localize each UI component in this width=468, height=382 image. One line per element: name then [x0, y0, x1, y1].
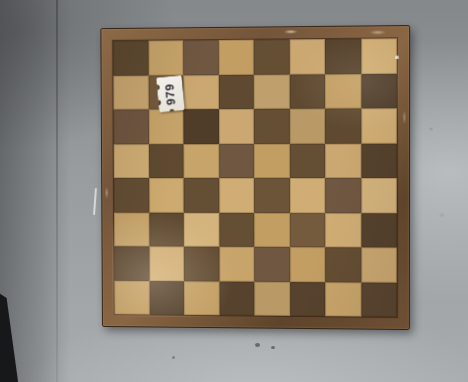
- board-square: [218, 40, 253, 75]
- board-square: [290, 213, 326, 248]
- board-square: [361, 247, 397, 282]
- board-square: [113, 75, 148, 110]
- board-square: [254, 109, 290, 144]
- board-square: [289, 74, 325, 109]
- board-square: [114, 178, 149, 212]
- board-square: [219, 281, 254, 316]
- board-square: [184, 212, 219, 246]
- board-square: [149, 144, 184, 178]
- board-square: [114, 109, 149, 143]
- board-square: [148, 109, 183, 143]
- board-square: [325, 178, 361, 213]
- board-square: [218, 74, 253, 109]
- board-square: [289, 109, 325, 144]
- board-square: [184, 178, 219, 212]
- board-square: [289, 39, 325, 74]
- auction-photo-scene: 979: [0, 0, 468, 382]
- board-square: [114, 280, 149, 314]
- board-square: [184, 247, 219, 281]
- board-square: [219, 178, 254, 212]
- board-square: [149, 281, 184, 315]
- board-square: [254, 281, 289, 316]
- board-square: [184, 281, 219, 315]
- board-square: [254, 39, 290, 74]
- board-square: [254, 143, 290, 178]
- board-square: [183, 75, 218, 110]
- board-square: [325, 74, 361, 109]
- board-square: [325, 282, 361, 317]
- frame-chip: [395, 56, 399, 59]
- board-square: [290, 247, 326, 282]
- board-square: [325, 143, 361, 178]
- board-square: [183, 144, 218, 178]
- board-square: [149, 212, 184, 246]
- board-square: [183, 40, 218, 75]
- board-square: [114, 246, 149, 280]
- board-square: [325, 213, 361, 248]
- board-square: [290, 281, 326, 316]
- board-square: [219, 143, 254, 178]
- board-square: [113, 41, 148, 76]
- board-square: [219, 212, 254, 246]
- board-square: [254, 212, 289, 247]
- lot-sticker: 979: [156, 75, 185, 112]
- board-square: [254, 74, 290, 109]
- board-square: [254, 247, 289, 282]
- board-square: [219, 109, 254, 144]
- board-square: [219, 247, 254, 282]
- board-square: [361, 213, 397, 248]
- board-square: [254, 178, 290, 213]
- board-square: [149, 246, 184, 280]
- board-grid: [112, 37, 398, 318]
- board-square: [148, 40, 183, 75]
- board-square: [361, 108, 397, 143]
- floor-speck: [172, 356, 175, 359]
- board-square: [114, 212, 149, 246]
- board-square: [325, 247, 361, 282]
- board-square: [361, 178, 397, 213]
- board-square: [361, 282, 397, 317]
- floor-speck: [255, 343, 260, 347]
- board-frame: [100, 25, 410, 330]
- floor-speck: [271, 346, 275, 349]
- board-square: [289, 143, 325, 178]
- board-square: [361, 38, 397, 73]
- board-square: [289, 178, 325, 213]
- board-square: [361, 73, 397, 108]
- board-square: [325, 108, 361, 143]
- chessboard: 979: [100, 25, 410, 330]
- board-square: [149, 178, 184, 212]
- board-square: [114, 144, 149, 178]
- lot-number: 979: [164, 83, 178, 105]
- board-square: [325, 39, 361, 74]
- board-square: [361, 143, 397, 178]
- board-square: [183, 109, 218, 144]
